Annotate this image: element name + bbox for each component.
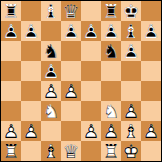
piece-outline-glyph: ♔ bbox=[121, 141, 141, 161]
square-f2[interactable]: ♟♙ bbox=[101, 121, 121, 141]
piece-white-pawn[interactable]: ♟♙ bbox=[41, 81, 61, 101]
square-a7[interactable]: ♟♙ bbox=[1, 21, 21, 41]
square-a3[interactable] bbox=[1, 101, 21, 121]
piece-outline-glyph: ♔ bbox=[121, 1, 141, 21]
piece-black-pawn[interactable]: ♟♙ bbox=[1, 21, 21, 41]
piece-outline-glyph: ♖ bbox=[1, 141, 21, 161]
square-a4[interactable] bbox=[1, 81, 21, 101]
piece-white-pawn[interactable]: ♟♙ bbox=[81, 121, 101, 141]
piece-outline-glyph: ♙ bbox=[101, 21, 121, 41]
piece-black-rook[interactable]: ♜♖ bbox=[101, 1, 121, 21]
square-c7[interactable] bbox=[41, 21, 61, 41]
square-g4[interactable] bbox=[121, 81, 141, 101]
square-c5[interactable]: ♟♙ bbox=[41, 61, 61, 81]
piece-outline-glyph: ♖ bbox=[101, 1, 121, 21]
piece-outline-glyph: ♙ bbox=[61, 81, 81, 101]
square-g5[interactable] bbox=[121, 61, 141, 81]
piece-black-pawn[interactable]: ♟♙ bbox=[101, 21, 121, 41]
piece-white-queen[interactable]: ♛♕ bbox=[61, 141, 81, 161]
piece-outline-glyph: ♕ bbox=[61, 141, 81, 161]
square-d8[interactable]: ♛♕ bbox=[61, 1, 81, 21]
square-d4[interactable]: ♟♙ bbox=[61, 81, 81, 101]
square-f8[interactable]: ♜♖ bbox=[101, 1, 121, 21]
piece-outline-glyph: ♗ bbox=[121, 21, 141, 41]
square-b5[interactable] bbox=[21, 61, 41, 81]
piece-outline-glyph: ♗ bbox=[121, 121, 141, 141]
piece-white-rook[interactable]: ♜♖ bbox=[1, 141, 21, 161]
piece-black-bishop[interactable]: ♝♗ bbox=[121, 21, 141, 41]
piece-black-pawn[interactable]: ♟♙ bbox=[41, 61, 61, 81]
piece-outline-glyph: ♗ bbox=[41, 141, 61, 161]
square-e8[interactable] bbox=[81, 1, 101, 21]
square-c4[interactable]: ♟♙ bbox=[41, 81, 61, 101]
square-e6[interactable] bbox=[81, 41, 101, 61]
piece-outline-glyph: ♖ bbox=[101, 141, 121, 161]
square-g2[interactable]: ♝♗ bbox=[121, 121, 141, 141]
square-e4[interactable] bbox=[81, 81, 101, 101]
piece-white-pawn[interactable]: ♟♙ bbox=[1, 121, 21, 141]
piece-black-queen[interactable]: ♛♕ bbox=[61, 1, 81, 21]
piece-outline-glyph: ♘ bbox=[41, 41, 61, 61]
square-d2[interactable] bbox=[61, 121, 81, 141]
square-d1[interactable]: ♛♕ bbox=[61, 141, 81, 161]
square-e3[interactable] bbox=[81, 101, 101, 121]
square-g7[interactable]: ♝♗ bbox=[121, 21, 141, 41]
square-b2[interactable]: ♟♙ bbox=[21, 121, 41, 141]
square-b7[interactable]: ♟♙ bbox=[21, 21, 41, 41]
square-c1[interactable]: ♝♗ bbox=[41, 141, 61, 161]
piece-black-knight[interactable]: ♞♘ bbox=[41, 41, 61, 61]
square-e1[interactable] bbox=[81, 141, 101, 161]
square-c2[interactable] bbox=[41, 121, 61, 141]
square-a2[interactable]: ♟♙ bbox=[1, 121, 21, 141]
piece-black-king[interactable]: ♚♔ bbox=[121, 1, 141, 21]
square-d6[interactable] bbox=[61, 41, 81, 61]
square-b6[interactable] bbox=[21, 41, 41, 61]
piece-outline-glyph: ♗ bbox=[41, 1, 61, 21]
piece-outline-glyph: ♙ bbox=[21, 121, 41, 141]
piece-outline-glyph: ♙ bbox=[21, 21, 41, 41]
piece-black-pawn[interactable]: ♟♙ bbox=[21, 21, 41, 41]
piece-outline-glyph: ♙ bbox=[41, 61, 61, 81]
square-h2[interactable]: ♟♙ bbox=[141, 121, 161, 141]
square-g1[interactable]: ♚♔ bbox=[121, 141, 141, 161]
piece-black-pawn[interactable]: ♟♙ bbox=[141, 21, 161, 41]
piece-outline-glyph: ♙ bbox=[141, 121, 161, 141]
chess-board: ♜♖♝♗♛♕♜♖♚♔♟♙♟♙♟♙♟♙♟♙♝♗♟♙♞♘♞♘♟♙♟♙♟♙♟♙♞♘♞♘… bbox=[0, 0, 162, 162]
square-h4[interactable] bbox=[141, 81, 161, 101]
square-h5[interactable] bbox=[141, 61, 161, 81]
square-c6[interactable]: ♞♘ bbox=[41, 41, 61, 61]
piece-outline-glyph: ♙ bbox=[101, 121, 121, 141]
square-d5[interactable] bbox=[61, 61, 81, 81]
square-h7[interactable]: ♟♙ bbox=[141, 21, 161, 41]
piece-outline-glyph: ♙ bbox=[61, 21, 81, 41]
square-d7[interactable]: ♟♙ bbox=[61, 21, 81, 41]
piece-outline-glyph: ♙ bbox=[1, 121, 21, 141]
piece-black-knight[interactable]: ♞♘ bbox=[101, 41, 121, 61]
square-f6[interactable]: ♞♘ bbox=[101, 41, 121, 61]
piece-outline-glyph: ♙ bbox=[41, 81, 61, 101]
piece-outline-glyph: ♘ bbox=[101, 101, 121, 121]
square-g8[interactable]: ♚♔ bbox=[121, 1, 141, 21]
square-g3[interactable]: ♟♙ bbox=[121, 101, 141, 121]
square-f5[interactable] bbox=[101, 61, 121, 81]
piece-white-pawn[interactable]: ♟♙ bbox=[121, 101, 141, 121]
square-f7[interactable]: ♟♙ bbox=[101, 21, 121, 41]
square-f3[interactable]: ♞♘ bbox=[101, 101, 121, 121]
square-h8[interactable] bbox=[141, 1, 161, 21]
piece-outline-glyph: ♖ bbox=[1, 1, 21, 21]
square-e2[interactable]: ♟♙ bbox=[81, 121, 101, 141]
piece-outline-glyph: ♙ bbox=[81, 121, 101, 141]
square-b4[interactable] bbox=[21, 81, 41, 101]
square-f1[interactable]: ♜♖ bbox=[101, 141, 121, 161]
piece-outline-glyph: ♙ bbox=[1, 21, 21, 41]
piece-white-bishop[interactable]: ♝♗ bbox=[121, 121, 141, 141]
piece-black-bishop[interactable]: ♝♗ bbox=[41, 1, 61, 21]
square-e7[interactable]: ♟♙ bbox=[81, 21, 101, 41]
piece-white-pawn[interactable]: ♟♙ bbox=[61, 81, 81, 101]
piece-white-knight[interactable]: ♞♘ bbox=[41, 101, 61, 121]
square-e5[interactable] bbox=[81, 61, 101, 81]
piece-white-bishop[interactable]: ♝♗ bbox=[41, 141, 61, 161]
piece-outline-glyph: ♙ bbox=[121, 101, 141, 121]
square-h3[interactable] bbox=[141, 101, 161, 121]
square-a1[interactable]: ♜♖ bbox=[1, 141, 21, 161]
square-c3[interactable]: ♞♘ bbox=[41, 101, 61, 121]
piece-outline-glyph: ♘ bbox=[101, 41, 121, 61]
piece-black-rook[interactable]: ♜♖ bbox=[1, 1, 21, 21]
piece-white-king[interactable]: ♚♔ bbox=[121, 141, 141, 161]
piece-white-pawn[interactable]: ♟♙ bbox=[21, 121, 41, 141]
piece-outline-glyph: ♙ bbox=[141, 21, 161, 41]
piece-white-pawn[interactable]: ♟♙ bbox=[101, 121, 121, 141]
piece-black-pawn[interactable]: ♟♙ bbox=[61, 21, 81, 41]
piece-outline-glyph: ♘ bbox=[41, 101, 61, 121]
square-a6[interactable] bbox=[1, 41, 21, 61]
piece-white-rook[interactable]: ♜♖ bbox=[101, 141, 121, 161]
square-b1[interactable] bbox=[21, 141, 41, 161]
piece-black-pawn[interactable]: ♟♙ bbox=[121, 41, 141, 61]
piece-outline-glyph: ♙ bbox=[81, 21, 101, 41]
square-h1[interactable] bbox=[141, 141, 161, 161]
square-h6[interactable] bbox=[141, 41, 161, 61]
square-f4[interactable] bbox=[101, 81, 121, 101]
square-b3[interactable] bbox=[21, 101, 41, 121]
piece-white-knight[interactable]: ♞♘ bbox=[101, 101, 121, 121]
square-a8[interactable]: ♜♖ bbox=[1, 1, 21, 21]
piece-outline-glyph: ♕ bbox=[61, 1, 81, 21]
piece-black-pawn[interactable]: ♟♙ bbox=[81, 21, 101, 41]
square-b8[interactable] bbox=[21, 1, 41, 21]
square-d3[interactable] bbox=[61, 101, 81, 121]
piece-outline-glyph: ♙ bbox=[121, 41, 141, 61]
piece-white-pawn[interactable]: ♟♙ bbox=[141, 121, 161, 141]
square-c8[interactable]: ♝♗ bbox=[41, 1, 61, 21]
square-g6[interactable]: ♟♙ bbox=[121, 41, 141, 61]
square-a5[interactable] bbox=[1, 61, 21, 81]
